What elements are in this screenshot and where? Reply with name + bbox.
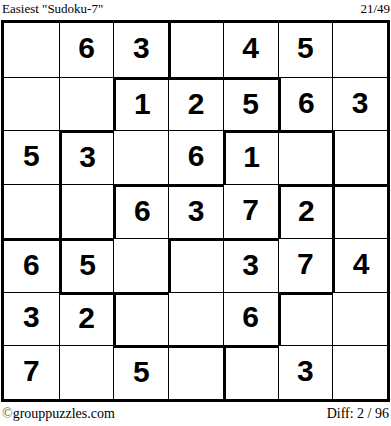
header: Easiest "Sudoku-7" 21/49 — [0, 0, 391, 19]
cell-r5c2: 5 — [59, 238, 114, 292]
cell-r6c3[interactable] — [113, 292, 168, 346]
cell-r3c4: 6 — [168, 130, 223, 184]
empty-cell-count: 21/49 — [360, 1, 390, 17]
cell-r2c4: 2 — [168, 77, 223, 131]
cell-r3c7[interactable] — [332, 130, 387, 184]
cell-r1c7[interactable] — [332, 23, 387, 77]
cell-r5c5: 3 — [223, 238, 278, 292]
puzzle-page: Easiest "Sudoku-7" 21/49 634512563536163… — [0, 0, 391, 426]
cell-r3c1: 5 — [4, 130, 59, 184]
cell-r6c6[interactable] — [278, 292, 333, 346]
copyright-icon: © — [2, 406, 13, 421]
difficulty-label: Diff: 2 / 96 — [327, 406, 389, 422]
cell-r4c2[interactable] — [59, 184, 114, 238]
cell-r5c4[interactable] — [168, 238, 223, 292]
cell-r1c5: 4 — [223, 23, 278, 77]
cell-r4c4: 3 — [168, 184, 223, 238]
cell-r5c6: 7 — [278, 238, 333, 292]
cell-r2c2[interactable] — [59, 77, 114, 131]
cell-r7c5[interactable] — [223, 345, 278, 399]
cell-r2c5: 5 — [223, 77, 278, 131]
cell-r6c7[interactable] — [332, 292, 387, 346]
cell-r7c3: 5 — [113, 345, 168, 399]
cell-r4c1[interactable] — [4, 184, 59, 238]
cell-r5c3[interactable] — [113, 238, 168, 292]
cell-r3c2: 3 — [59, 130, 114, 184]
cell-r2c6: 6 — [278, 77, 333, 131]
cell-r6c2: 2 — [59, 292, 114, 346]
footer: ©grouppuzzles.com Diff: 2 / 96 — [0, 403, 391, 426]
cell-r7c1: 7 — [4, 345, 59, 399]
cell-r5c1: 6 — [4, 238, 59, 292]
cell-r6c1: 3 — [4, 292, 59, 346]
cell-r6c4[interactable] — [168, 292, 223, 346]
cell-r7c6: 3 — [278, 345, 333, 399]
cell-r1c6: 5 — [278, 23, 333, 77]
cell-r3c5: 1 — [223, 130, 278, 184]
sudoku-board: 6345125635361637265374326753 — [1, 20, 390, 402]
cell-r3c3[interactable] — [113, 130, 168, 184]
cell-r1c4[interactable] — [168, 23, 223, 77]
cell-r2c1[interactable] — [4, 77, 59, 131]
cell-r4c5: 7 — [223, 184, 278, 238]
copyright-site: grouppuzzles.com — [13, 406, 115, 421]
copyright: ©grouppuzzles.com — [2, 406, 115, 422]
cell-r6c5: 6 — [223, 292, 278, 346]
cell-r7c4[interactable] — [168, 345, 223, 399]
cell-r2c7: 3 — [332, 77, 387, 131]
cell-r7c7[interactable] — [332, 345, 387, 399]
cell-r1c2: 6 — [59, 23, 114, 77]
cell-r4c3: 6 — [113, 184, 168, 238]
cell-r1c3: 3 — [113, 23, 168, 77]
puzzle-title: Easiest "Sudoku-7" — [2, 1, 103, 17]
cell-r5c7: 4 — [332, 238, 387, 292]
cell-r4c7[interactable] — [332, 184, 387, 238]
cell-r3c6[interactable] — [278, 130, 333, 184]
cell-r2c3: 1 — [113, 77, 168, 131]
cell-r4c6: 2 — [278, 184, 333, 238]
cell-r1c1[interactable] — [4, 23, 59, 77]
cell-r7c2[interactable] — [59, 345, 114, 399]
